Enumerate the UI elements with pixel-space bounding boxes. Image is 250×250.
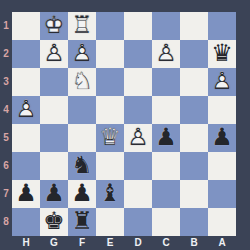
white-rook-outline: ♖: [68, 12, 96, 40]
square-e6[interactable]: [96, 152, 124, 180]
rank-labels: 12345678: [0, 12, 12, 236]
square-a4[interactable]: [208, 96, 236, 124]
white-pawn-icon: ♟♙: [12, 96, 40, 124]
square-b8[interactable]: [180, 208, 208, 236]
square-b7[interactable]: [180, 180, 208, 208]
square-d2[interactable]: [124, 40, 152, 68]
black-king-icon: ♚: [40, 208, 68, 236]
square-f7[interactable]: ♟: [68, 180, 96, 208]
chess-board: ♚♔♜♖♟♙♟♙♟♙♛♞♘♟♙♟♙♛♕♟♙♟♟♞♟♟♟♝♚♜: [12, 12, 236, 236]
square-c2[interactable]: ♟♙: [152, 40, 180, 68]
rank-label-1: 1: [0, 12, 12, 40]
black-pawn-icon: ♟: [152, 124, 180, 152]
rank-label-5: 5: [0, 124, 12, 152]
square-h7[interactable]: ♟: [12, 180, 40, 208]
white-king-outline: ♔: [40, 12, 68, 40]
file-label-f: F: [68, 236, 96, 250]
square-f2[interactable]: ♟♙: [68, 40, 96, 68]
square-a8[interactable]: [208, 208, 236, 236]
square-f5[interactable]: [68, 124, 96, 152]
square-h8[interactable]: [12, 208, 40, 236]
square-d7[interactable]: [124, 180, 152, 208]
rank-label-2: 2: [0, 40, 12, 68]
square-c7[interactable]: [152, 180, 180, 208]
black-pawn-icon: ♟: [12, 180, 40, 208]
rank-label-7: 7: [0, 180, 12, 208]
file-label-b: B: [180, 236, 208, 250]
square-g7[interactable]: ♟: [40, 180, 68, 208]
square-e4[interactable]: [96, 96, 124, 124]
square-g5[interactable]: [40, 124, 68, 152]
square-d5[interactable]: ♟♙: [124, 124, 152, 152]
square-h5[interactable]: [12, 124, 40, 152]
rank-label-6: 6: [0, 152, 12, 180]
square-a1[interactable]: [208, 12, 236, 40]
square-f8[interactable]: ♜: [68, 208, 96, 236]
file-label-a: A: [208, 236, 236, 250]
square-e3[interactable]: [96, 68, 124, 96]
white-rook-icon: ♜♖: [68, 12, 96, 40]
white-pawn-outline: ♙: [12, 96, 40, 124]
square-c1[interactable]: [152, 12, 180, 40]
square-f3[interactable]: ♞♘: [68, 68, 96, 96]
white-pawn-outline: ♙: [124, 124, 152, 152]
file-label-h: H: [12, 236, 40, 250]
file-labels: HGFEDCBA: [12, 236, 236, 250]
white-pawn-outline: ♙: [152, 40, 180, 68]
square-g8[interactable]: ♚: [40, 208, 68, 236]
square-e7[interactable]: ♝: [96, 180, 124, 208]
file-label-g: G: [40, 236, 68, 250]
square-e5[interactable]: ♛♕: [96, 124, 124, 152]
square-c5[interactable]: ♟: [152, 124, 180, 152]
black-rook-icon: ♜: [68, 208, 96, 236]
white-pawn-outline: ♙: [40, 40, 68, 68]
white-pawn-icon: ♟♙: [152, 40, 180, 68]
square-c3[interactable]: [152, 68, 180, 96]
square-a5[interactable]: ♟: [208, 124, 236, 152]
square-a6[interactable]: [208, 152, 236, 180]
white-pawn-icon: ♟♙: [124, 124, 152, 152]
file-label-e: E: [96, 236, 124, 250]
square-g2[interactable]: ♟♙: [40, 40, 68, 68]
square-e8[interactable]: [96, 208, 124, 236]
square-f6[interactable]: ♞: [68, 152, 96, 180]
square-f4[interactable]: [68, 96, 96, 124]
square-h6[interactable]: [12, 152, 40, 180]
square-d8[interactable]: [124, 208, 152, 236]
white-king-icon: ♚♔: [40, 12, 68, 40]
square-d6[interactable]: [124, 152, 152, 180]
chess-diagram: 12345678 ♚♔♜♖♟♙♟♙♟♙♛♞♘♟♙♟♙♛♕♟♙♟♟♞♟♟♟♝♚♜ …: [0, 0, 250, 250]
square-b3[interactable]: [180, 68, 208, 96]
white-pawn-outline: ♙: [208, 68, 236, 96]
black-knight-icon: ♞: [68, 152, 96, 180]
square-a3[interactable]: ♟♙: [208, 68, 236, 96]
file-label-c: C: [152, 236, 180, 250]
white-queen-outline: ♕: [96, 124, 124, 152]
rank-label-8: 8: [0, 208, 12, 236]
square-g3[interactable]: [40, 68, 68, 96]
rank-label-3: 3: [0, 68, 12, 96]
square-d1[interactable]: [124, 12, 152, 40]
square-b5[interactable]: [180, 124, 208, 152]
white-pawn-icon: ♟♙: [68, 40, 96, 68]
white-queen-icon: ♛♕: [96, 124, 124, 152]
file-label-d: D: [124, 236, 152, 250]
square-e1[interactable]: [96, 12, 124, 40]
square-h1[interactable]: [12, 12, 40, 40]
square-g1[interactable]: ♚♔: [40, 12, 68, 40]
square-c8[interactable]: [152, 208, 180, 236]
square-b2[interactable]: [180, 40, 208, 68]
square-a7[interactable]: [208, 180, 236, 208]
white-pawn-icon: ♟♙: [208, 68, 236, 96]
square-h2[interactable]: [12, 40, 40, 68]
white-pawn-outline: ♙: [68, 40, 96, 68]
square-d3[interactable]: [124, 68, 152, 96]
square-c4[interactable]: [152, 96, 180, 124]
rank-label-4: 4: [0, 96, 12, 124]
square-f1[interactable]: ♜♖: [68, 12, 96, 40]
square-g6[interactable]: [40, 152, 68, 180]
white-pawn-icon: ♟♙: [40, 40, 68, 68]
square-a2[interactable]: ♛: [208, 40, 236, 68]
square-b4[interactable]: [180, 96, 208, 124]
square-c6[interactable]: [152, 152, 180, 180]
black-pawn-icon: ♟: [40, 180, 68, 208]
black-pawn-icon: ♟: [208, 124, 236, 152]
square-e2[interactable]: [96, 40, 124, 68]
square-h4[interactable]: ♟♙: [12, 96, 40, 124]
white-knight-icon: ♞♘: [68, 68, 96, 96]
black-pawn-icon: ♟: [68, 180, 96, 208]
square-b1[interactable]: [180, 12, 208, 40]
square-b6[interactable]: [180, 152, 208, 180]
square-h3[interactable]: [12, 68, 40, 96]
white-knight-outline: ♘: [68, 68, 96, 96]
black-queen-icon: ♛: [208, 40, 236, 68]
black-bishop-icon: ♝: [96, 180, 124, 208]
square-g4[interactable]: [40, 96, 68, 124]
square-d4[interactable]: [124, 96, 152, 124]
